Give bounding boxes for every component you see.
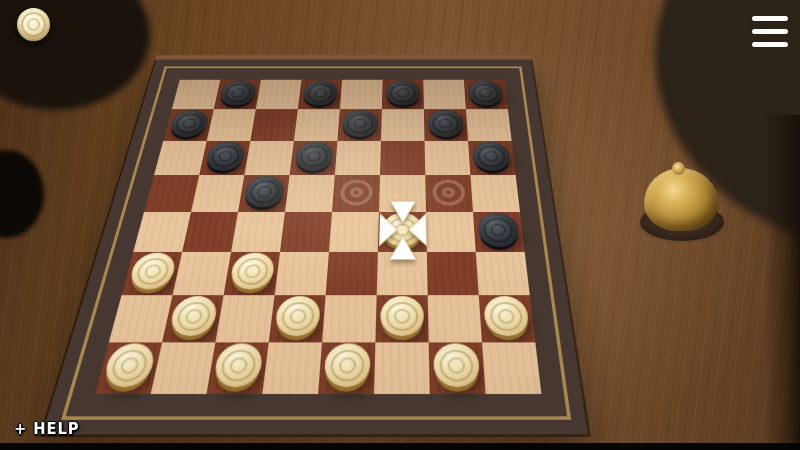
black-piece[interactable] bbox=[203, 142, 246, 171]
square-g2 bbox=[428, 295, 482, 342]
white-piece[interactable] bbox=[323, 344, 372, 388]
square-e3[interactable] bbox=[326, 252, 378, 295]
white-piece[interactable] bbox=[212, 344, 265, 388]
square-h2[interactable] bbox=[479, 295, 536, 342]
square-c3[interactable] bbox=[224, 252, 280, 295]
square-h4[interactable] bbox=[473, 212, 525, 252]
white-piece[interactable] bbox=[380, 297, 425, 337]
square-e1[interactable] bbox=[318, 342, 375, 394]
square-d5 bbox=[285, 175, 335, 212]
square-b4[interactable] bbox=[182, 212, 238, 252]
square-a8 bbox=[172, 80, 221, 110]
white-piece[interactable] bbox=[483, 297, 531, 337]
square-d8[interactable] bbox=[298, 80, 342, 110]
square-b1 bbox=[151, 342, 216, 394]
square-d2[interactable] bbox=[269, 295, 326, 342]
square-d4[interactable] bbox=[280, 212, 332, 252]
help-button[interactable]: + HELP bbox=[14, 419, 80, 438]
square-a7[interactable] bbox=[163, 109, 214, 141]
white-piece[interactable] bbox=[101, 344, 158, 388]
square-f2[interactable] bbox=[375, 295, 428, 342]
white-piece[interactable] bbox=[167, 297, 219, 337]
square-f1 bbox=[374, 342, 430, 394]
square-b7 bbox=[207, 109, 256, 141]
selection-cursor-icon bbox=[378, 201, 426, 259]
square-e8 bbox=[340, 80, 383, 110]
black-piece[interactable] bbox=[301, 81, 339, 106]
square-d7 bbox=[294, 109, 340, 141]
square-e5[interactable] bbox=[332, 175, 380, 212]
square-f4[interactable] bbox=[378, 212, 427, 252]
white-piece[interactable] bbox=[273, 297, 321, 337]
menu-button[interactable] bbox=[750, 14, 790, 49]
square-e7[interactable] bbox=[337, 109, 381, 141]
black-piece[interactable] bbox=[341, 110, 379, 137]
square-c1[interactable] bbox=[206, 342, 268, 394]
square-b8[interactable] bbox=[214, 80, 261, 110]
square-g8 bbox=[423, 80, 466, 110]
square-a5[interactable] bbox=[144, 175, 199, 212]
board-scene bbox=[0, 0, 800, 450]
square-c5[interactable] bbox=[238, 175, 290, 212]
square-d3 bbox=[275, 252, 329, 295]
move-hint-ghost[interactable] bbox=[339, 180, 373, 206]
square-h3 bbox=[476, 252, 530, 295]
hamburger-menu-icon bbox=[750, 40, 790, 49]
square-h7 bbox=[466, 109, 512, 141]
game-screen: + HELP bbox=[0, 0, 800, 450]
square-f6[interactable] bbox=[380, 141, 425, 175]
black-piece[interactable] bbox=[385, 81, 421, 106]
square-c7[interactable] bbox=[250, 109, 298, 141]
hamburger-menu-icon bbox=[750, 14, 790, 23]
square-g1[interactable] bbox=[429, 342, 486, 394]
square-g3[interactable] bbox=[427, 252, 479, 295]
square-g5[interactable] bbox=[425, 175, 473, 212]
square-h5 bbox=[470, 175, 520, 212]
square-c2 bbox=[215, 295, 274, 342]
black-piece[interactable] bbox=[242, 176, 286, 207]
square-b6[interactable] bbox=[199, 141, 250, 175]
square-e6 bbox=[335, 141, 381, 175]
square-e4 bbox=[329, 212, 379, 252]
move-hint-ghost[interactable] bbox=[432, 180, 465, 206]
black-piece[interactable] bbox=[427, 110, 465, 137]
white-piece[interactable] bbox=[228, 253, 276, 290]
hamburger-menu-icon bbox=[750, 27, 790, 36]
square-d6[interactable] bbox=[290, 141, 338, 175]
square-e2 bbox=[322, 295, 377, 342]
black-piece[interactable] bbox=[471, 142, 511, 171]
square-b5 bbox=[191, 175, 244, 212]
square-a6 bbox=[154, 141, 207, 175]
square-g4 bbox=[426, 212, 476, 252]
square-c8 bbox=[256, 80, 302, 110]
square-c6 bbox=[244, 141, 293, 175]
black-piece[interactable] bbox=[167, 110, 210, 137]
square-h8[interactable] bbox=[464, 80, 508, 110]
square-h1 bbox=[482, 342, 541, 394]
white-piece[interactable] bbox=[127, 253, 178, 290]
letterbox-bar bbox=[0, 443, 800, 450]
black-piece[interactable] bbox=[218, 81, 258, 106]
square-h6[interactable] bbox=[468, 141, 516, 175]
square-b3 bbox=[173, 252, 232, 295]
black-piece[interactable] bbox=[293, 142, 334, 171]
black-piece[interactable] bbox=[467, 81, 504, 106]
square-g6 bbox=[425, 141, 471, 175]
board-front-edge bbox=[155, 55, 533, 60]
square-f8[interactable] bbox=[382, 80, 424, 110]
square-b2[interactable] bbox=[162, 295, 223, 342]
square-f7 bbox=[381, 109, 425, 141]
turn-indicator-white-piece-icon bbox=[15, 6, 52, 43]
checkers-board bbox=[42, 60, 588, 435]
white-piece[interactable] bbox=[433, 344, 481, 388]
square-c4 bbox=[231, 212, 285, 252]
black-piece[interactable] bbox=[477, 213, 521, 247]
square-g7[interactable] bbox=[424, 109, 468, 141]
square-d1 bbox=[262, 342, 322, 394]
